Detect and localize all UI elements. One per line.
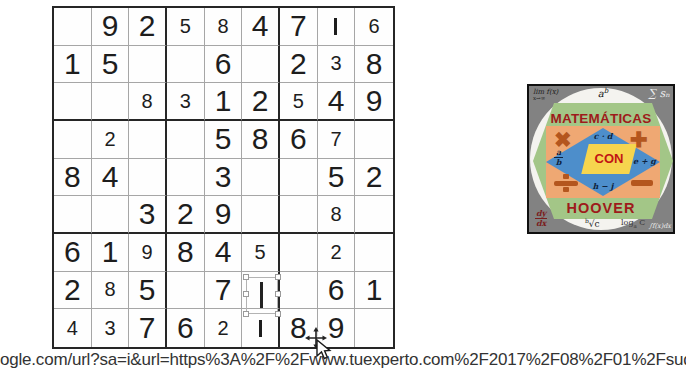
sudoku-cell-r7c1: 6 [54,234,92,272]
sudoku-cell-r9c3: 7 [129,309,167,347]
sudoku-cell-r1c4: 5 [167,8,205,46]
sudoku-cell-r5c3 [129,159,167,197]
sudoku-cell-r6c4: 2 [167,196,205,234]
sudoku-cell-r7c3: 9 [129,234,167,272]
sudoku-cell-r5c5: 3 [205,159,243,197]
formula-integral: ∫f(x)dx [649,223,671,230]
sudoku-cell-r2c6 [242,46,280,84]
sudoku-cell-r6c3: 3 [129,196,167,234]
sudoku-cell-r3c2 [92,83,130,121]
sudoku-cell-r7c5: 4 [205,234,243,272]
resize-handle-mid-left[interactable] [243,291,249,297]
sudoku-cell-r1c7: 7 [280,8,318,46]
sudoku-cell-r4c8: 7 [318,121,356,159]
sudoku-cell-r3c4: 3 [167,83,205,121]
sudoku-cell-r8c8: 6 [318,272,356,310]
sudoku-cell-r2c1: 1 [54,46,92,84]
sudoku-cell-r1c1 [54,8,92,46]
diamond-label-bottom: h − j [529,181,675,191]
sudoku-cell-r7c7 [280,234,318,272]
minus-icon [631,180,653,186]
sudoku-cell-r4c9 [355,121,393,159]
plus-icon: ✚ [630,128,648,152]
sudoku-cell-r5c7 [280,159,318,197]
sudoku-cell-r8c2: 8 [92,272,130,310]
sudoku-cell-r6c1 [54,196,92,234]
sudoku-cell-r6c6 [242,196,280,234]
sudoku-cell-r6c8: 8 [318,196,356,234]
sudoku-cell-r5c9: 2 [355,159,393,197]
sudoku-cell-r3c9: 9 [355,83,393,121]
formula-logarithm: loga C [621,219,645,229]
sudoku-cell-r5c2: 4 [92,159,130,197]
resize-handle-top-left[interactable] [243,274,249,280]
formula-summation: ∑ sₙ [648,88,670,100]
selection-box[interactable] [246,277,278,314]
sudoku-cell-r4c5: 5 [205,121,243,159]
sudoku-cell-r4c3 [129,121,167,159]
sudoku-cell-r4c1 [54,121,92,159]
sudoku-cell-r3c1 [54,83,92,121]
sudoku-cell-r1c8 [318,8,356,46]
sudoku-cell-r8c4 [167,272,205,310]
sudoku-cell-r1c3: 2 [129,8,167,46]
sudoku-board: 9258476156238831254925867843523298619845… [52,6,395,349]
sudoku-cell-r1c5: 8 [205,8,243,46]
sudoku-cell-r3c5: 1 [205,83,243,121]
sudoku-cell-r2c3 [129,46,167,84]
sudoku-cell-r9c1: 4 [54,309,92,347]
status-url-text: ogle.com/url?sa=i&url=https%3A%2F%2Fwww.… [0,350,686,370]
sudoku-cell-r5c1: 8 [54,159,92,197]
matematicas-con-hoover-logo: MATEMÁTICAS CON HOOVER c · d a b e + g h… [527,84,675,234]
sudoku-cell-r2c2: 5 [92,46,130,84]
sudoku-cell-r7c4: 8 [167,234,205,272]
sudoku-cell-r2c5: 6 [205,46,243,84]
sudoku-cell-r1c9: 6 [355,8,393,46]
diamond-label-top: c · d [529,131,675,141]
diamond-label-right: e + g [633,156,656,166]
sudoku-cell-r6c7 [280,196,318,234]
sudoku-cell-r9c5: 2 [205,309,243,347]
sudoku-cell-r2c8: 3 [318,46,356,84]
sudoku-cell-r6c9 [355,196,393,234]
sudoku-cell-r9c4: 6 [167,309,205,347]
sudoku-cell-r8c7 [280,272,318,310]
formula-derivative: dy dx [535,209,547,228]
sudoku-cell-r5c8: 5 [318,159,356,197]
sudoku-cell-r3c6: 2 [242,83,280,121]
sudoku-cell-r5c6 [242,159,280,197]
sudoku-cell-r4c6: 8 [242,121,280,159]
sudoku-cell-r3c7: 5 [280,83,318,121]
sudoku-cell-r2c9: 8 [355,46,393,84]
sudoku-cell-r6c2 [92,196,130,234]
sudoku-cell-r2c7: 2 [280,46,318,84]
resize-handle-top-right[interactable] [275,274,281,280]
sudoku-cell-r1c6: 4 [242,8,280,46]
resize-handle-bottom-left[interactable] [243,311,249,317]
logo-title-hoover: HOOVER [529,200,673,216]
sudoku-cell-r8c3: 5 [129,272,167,310]
sudoku-cell-r5c4 [167,159,205,197]
divide-icon [554,174,578,192]
sudoku-cell-r2c4 [167,46,205,84]
screenshot-root: 9258476156238831254925867843523298619845… [0,0,686,386]
logo-title-con: CON [585,151,633,166]
sudoku-cell-r8c1: 2 [54,272,92,310]
formula-root: b√c [585,218,600,229]
logo-title-matematicas: MATEMÁTICAS [529,111,673,126]
pending-digit-bar [260,282,263,308]
sudoku-cell-r8c9: 1 [355,272,393,310]
sudoku-cell-r7c9 [355,234,393,272]
sudoku-cell-r7c2: 1 [92,234,130,272]
sudoku-cell-r9c2: 3 [92,309,130,347]
sudoku-cell-r9c9 [355,309,393,347]
sudoku-cell-r7c8: 2 [318,234,356,272]
sudoku-cell-r7c6: 5 [242,234,280,272]
sudoku-cell-r4c7: 6 [280,121,318,159]
sudoku-cell-r3c8: 4 [318,83,356,121]
sudoku-cell-r3c3: 8 [129,83,167,121]
sudoku-cell-r4c2: 2 [92,121,130,159]
resize-handle-mid-right[interactable] [275,291,281,297]
resize-handle-bottom-right[interactable] [275,311,281,317]
multiply-icon: ✖ [554,128,572,152]
sudoku-cell-r1c2: 9 [92,8,130,46]
sudoku-cell-r6c5: 9 [205,196,243,234]
sudoku-cell-r4c4 [167,121,205,159]
sudoku-cell-r8c5: 7 [205,272,243,310]
